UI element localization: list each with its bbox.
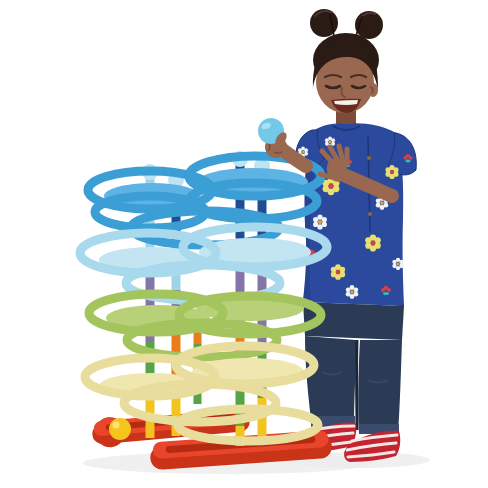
teeth bbox=[334, 100, 358, 105]
tier-lightblue bbox=[80, 227, 327, 301]
button bbox=[368, 212, 372, 216]
button bbox=[367, 156, 371, 160]
product-photo bbox=[0, 0, 488, 488]
spiral-ball-run-toy bbox=[80, 151, 333, 470]
scene-illustration bbox=[0, 0, 488, 488]
yellow-ball bbox=[109, 418, 131, 440]
yellow-ball-highlight bbox=[113, 422, 120, 429]
thumb bbox=[320, 174, 331, 177]
post-segment bbox=[258, 398, 267, 442]
jeans-leg-right bbox=[358, 340, 402, 434]
